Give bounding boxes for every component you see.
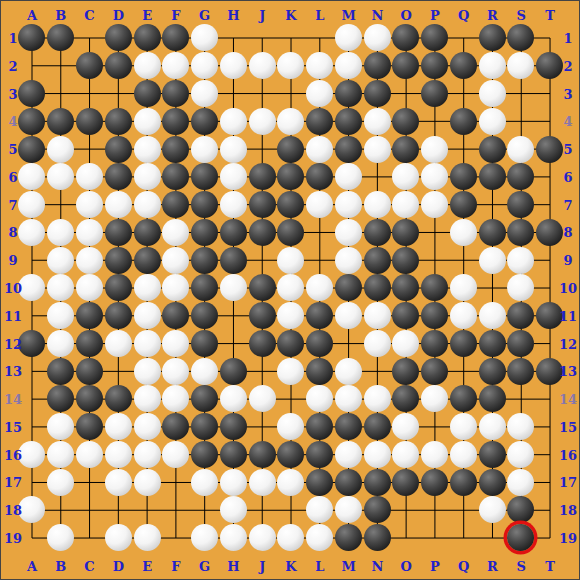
point-E10[interactable] bbox=[133, 274, 162, 302]
point-S12[interactable] bbox=[507, 330, 536, 358]
point-B8[interactable] bbox=[46, 218, 75, 246]
point-G9[interactable] bbox=[190, 246, 219, 274]
point-O19[interactable] bbox=[392, 524, 421, 552]
point-R8[interactable] bbox=[478, 218, 507, 246]
point-P17[interactable] bbox=[420, 468, 449, 496]
point-L16[interactable] bbox=[305, 441, 334, 469]
point-E11[interactable] bbox=[133, 302, 162, 330]
point-S7[interactable] bbox=[507, 191, 536, 219]
point-C12[interactable] bbox=[75, 330, 104, 358]
point-R5[interactable] bbox=[478, 135, 507, 163]
point-S13[interactable] bbox=[507, 357, 536, 385]
point-T4[interactable] bbox=[535, 107, 564, 135]
point-P16[interactable] bbox=[420, 441, 449, 469]
point-C15[interactable] bbox=[75, 413, 104, 441]
point-F17[interactable] bbox=[161, 468, 190, 496]
point-N7[interactable] bbox=[363, 191, 392, 219]
point-P5[interactable] bbox=[420, 135, 449, 163]
point-F5[interactable] bbox=[161, 135, 190, 163]
point-E7[interactable] bbox=[133, 191, 162, 219]
point-J14[interactable] bbox=[248, 385, 277, 413]
point-H13[interactable] bbox=[219, 357, 248, 385]
point-S11[interactable] bbox=[507, 302, 536, 330]
point-D1[interactable] bbox=[104, 24, 133, 52]
point-N19[interactable] bbox=[363, 524, 392, 552]
point-J5[interactable] bbox=[248, 135, 277, 163]
point-Q7[interactable] bbox=[449, 191, 478, 219]
point-J13[interactable] bbox=[248, 357, 277, 385]
point-M19[interactable] bbox=[334, 524, 363, 552]
point-F15[interactable] bbox=[161, 413, 190, 441]
point-N2[interactable] bbox=[363, 52, 392, 80]
point-Q11[interactable] bbox=[449, 302, 478, 330]
point-N17[interactable] bbox=[363, 468, 392, 496]
point-R9[interactable] bbox=[478, 246, 507, 274]
point-J4[interactable] bbox=[248, 107, 277, 135]
point-N1[interactable] bbox=[363, 24, 392, 52]
point-J7[interactable] bbox=[248, 191, 277, 219]
point-E12[interactable] bbox=[133, 330, 162, 358]
point-P1[interactable] bbox=[420, 24, 449, 52]
point-L5[interactable] bbox=[305, 135, 334, 163]
point-K7[interactable] bbox=[276, 191, 305, 219]
point-S6[interactable] bbox=[507, 163, 536, 191]
point-N11[interactable] bbox=[363, 302, 392, 330]
point-O16[interactable] bbox=[392, 441, 421, 469]
point-P11[interactable] bbox=[420, 302, 449, 330]
point-K9[interactable] bbox=[276, 246, 305, 274]
point-A8[interactable] bbox=[18, 218, 47, 246]
point-Q10[interactable] bbox=[449, 274, 478, 302]
point-J19[interactable] bbox=[248, 524, 277, 552]
point-J10[interactable] bbox=[248, 274, 277, 302]
point-N10[interactable] bbox=[363, 274, 392, 302]
point-F1[interactable] bbox=[161, 24, 190, 52]
point-O11[interactable] bbox=[392, 302, 421, 330]
point-P3[interactable] bbox=[420, 80, 449, 108]
point-O2[interactable] bbox=[392, 52, 421, 80]
point-O14[interactable] bbox=[392, 385, 421, 413]
point-T9[interactable] bbox=[535, 246, 564, 274]
point-K14[interactable] bbox=[276, 385, 305, 413]
point-M4[interactable] bbox=[334, 107, 363, 135]
point-B9[interactable] bbox=[46, 246, 75, 274]
point-P12[interactable] bbox=[420, 330, 449, 358]
point-C2[interactable] bbox=[75, 52, 104, 80]
point-H5[interactable] bbox=[219, 135, 248, 163]
point-A3[interactable] bbox=[18, 80, 47, 108]
point-J16[interactable] bbox=[248, 441, 277, 469]
point-F10[interactable] bbox=[161, 274, 190, 302]
point-H6[interactable] bbox=[219, 163, 248, 191]
point-K19[interactable] bbox=[276, 524, 305, 552]
point-B3[interactable] bbox=[46, 80, 75, 108]
point-D12[interactable] bbox=[104, 330, 133, 358]
point-S3[interactable] bbox=[507, 80, 536, 108]
point-K4[interactable] bbox=[276, 107, 305, 135]
point-G3[interactable] bbox=[190, 80, 219, 108]
point-M15[interactable] bbox=[334, 413, 363, 441]
point-K11[interactable] bbox=[276, 302, 305, 330]
point-S10[interactable] bbox=[507, 274, 536, 302]
point-L15[interactable] bbox=[305, 413, 334, 441]
point-M8[interactable] bbox=[334, 218, 363, 246]
point-G16[interactable] bbox=[190, 441, 219, 469]
point-P6[interactable] bbox=[420, 163, 449, 191]
point-F6[interactable] bbox=[161, 163, 190, 191]
point-Q15[interactable] bbox=[449, 413, 478, 441]
point-R17[interactable] bbox=[478, 468, 507, 496]
point-B7[interactable] bbox=[46, 191, 75, 219]
point-E18[interactable] bbox=[133, 496, 162, 524]
point-M16[interactable] bbox=[334, 441, 363, 469]
point-F7[interactable] bbox=[161, 191, 190, 219]
point-M2[interactable] bbox=[334, 52, 363, 80]
point-B2[interactable] bbox=[46, 52, 75, 80]
point-S2[interactable] bbox=[507, 52, 536, 80]
point-G12[interactable] bbox=[190, 330, 219, 358]
point-J2[interactable] bbox=[248, 52, 277, 80]
point-N6[interactable] bbox=[363, 163, 392, 191]
point-S19[interactable] bbox=[507, 524, 536, 552]
point-S16[interactable] bbox=[507, 441, 536, 469]
point-O1[interactable] bbox=[392, 24, 421, 52]
point-P19[interactable] bbox=[420, 524, 449, 552]
point-S5[interactable] bbox=[507, 135, 536, 163]
point-O5[interactable] bbox=[392, 135, 421, 163]
point-T3[interactable] bbox=[535, 80, 564, 108]
point-K3[interactable] bbox=[276, 80, 305, 108]
point-C1[interactable] bbox=[75, 24, 104, 52]
point-R18[interactable] bbox=[478, 496, 507, 524]
point-F13[interactable] bbox=[161, 357, 190, 385]
point-E14[interactable] bbox=[133, 385, 162, 413]
point-O8[interactable] bbox=[392, 218, 421, 246]
point-S14[interactable] bbox=[507, 385, 536, 413]
point-R12[interactable] bbox=[478, 330, 507, 358]
point-H8[interactable] bbox=[219, 218, 248, 246]
point-E5[interactable] bbox=[133, 135, 162, 163]
point-D8[interactable] bbox=[104, 218, 133, 246]
point-R19[interactable] bbox=[478, 524, 507, 552]
point-H11[interactable] bbox=[219, 302, 248, 330]
point-R13[interactable] bbox=[478, 357, 507, 385]
point-O13[interactable] bbox=[392, 357, 421, 385]
point-T7[interactable] bbox=[535, 191, 564, 219]
point-M3[interactable] bbox=[334, 80, 363, 108]
point-E8[interactable] bbox=[133, 218, 162, 246]
point-P9[interactable] bbox=[420, 246, 449, 274]
point-O4[interactable] bbox=[392, 107, 421, 135]
point-L14[interactable] bbox=[305, 385, 334, 413]
point-L9[interactable] bbox=[305, 246, 334, 274]
point-K5[interactable] bbox=[276, 135, 305, 163]
point-P2[interactable] bbox=[420, 52, 449, 80]
point-Q8[interactable] bbox=[449, 218, 478, 246]
point-Q1[interactable] bbox=[449, 24, 478, 52]
point-R1[interactable] bbox=[478, 24, 507, 52]
point-C14[interactable] bbox=[75, 385, 104, 413]
point-D2[interactable] bbox=[104, 52, 133, 80]
point-F19[interactable] bbox=[161, 524, 190, 552]
point-T1[interactable] bbox=[535, 24, 564, 52]
point-D19[interactable] bbox=[104, 524, 133, 552]
point-L2[interactable] bbox=[305, 52, 334, 80]
point-N3[interactable] bbox=[363, 80, 392, 108]
point-N14[interactable] bbox=[363, 385, 392, 413]
point-E1[interactable] bbox=[133, 24, 162, 52]
point-E2[interactable] bbox=[133, 52, 162, 80]
point-G11[interactable] bbox=[190, 302, 219, 330]
point-E9[interactable] bbox=[133, 246, 162, 274]
point-L13[interactable] bbox=[305, 357, 334, 385]
point-C3[interactable] bbox=[75, 80, 104, 108]
point-G7[interactable] bbox=[190, 191, 219, 219]
point-G13[interactable] bbox=[190, 357, 219, 385]
point-K2[interactable] bbox=[276, 52, 305, 80]
point-M7[interactable] bbox=[334, 191, 363, 219]
point-Q14[interactable] bbox=[449, 385, 478, 413]
point-B17[interactable] bbox=[46, 468, 75, 496]
point-R4[interactable] bbox=[478, 107, 507, 135]
point-P10[interactable] bbox=[420, 274, 449, 302]
point-O3[interactable] bbox=[392, 80, 421, 108]
point-N8[interactable] bbox=[363, 218, 392, 246]
point-J11[interactable] bbox=[248, 302, 277, 330]
point-D9[interactable] bbox=[104, 246, 133, 274]
point-G18[interactable] bbox=[190, 496, 219, 524]
point-M14[interactable] bbox=[334, 385, 363, 413]
point-L18[interactable] bbox=[305, 496, 334, 524]
point-H15[interactable] bbox=[219, 413, 248, 441]
point-S15[interactable] bbox=[507, 413, 536, 441]
point-A1[interactable] bbox=[18, 24, 47, 52]
point-L8[interactable] bbox=[305, 218, 334, 246]
point-B19[interactable] bbox=[46, 524, 75, 552]
point-L3[interactable] bbox=[305, 80, 334, 108]
point-C6[interactable] bbox=[75, 163, 104, 191]
point-K16[interactable] bbox=[276, 441, 305, 469]
point-J1[interactable] bbox=[248, 24, 277, 52]
point-B10[interactable] bbox=[46, 274, 75, 302]
point-H12[interactable] bbox=[219, 330, 248, 358]
point-H14[interactable] bbox=[219, 385, 248, 413]
point-G17[interactable] bbox=[190, 468, 219, 496]
point-O15[interactable] bbox=[392, 413, 421, 441]
point-E3[interactable] bbox=[133, 80, 162, 108]
point-E4[interactable] bbox=[133, 107, 162, 135]
point-F2[interactable] bbox=[161, 52, 190, 80]
point-S4[interactable] bbox=[507, 107, 536, 135]
point-J12[interactable] bbox=[248, 330, 277, 358]
point-K17[interactable] bbox=[276, 468, 305, 496]
point-D6[interactable] bbox=[104, 163, 133, 191]
point-M9[interactable] bbox=[334, 246, 363, 274]
point-B6[interactable] bbox=[46, 163, 75, 191]
point-H10[interactable] bbox=[219, 274, 248, 302]
point-K6[interactable] bbox=[276, 163, 305, 191]
point-L1[interactable] bbox=[305, 24, 334, 52]
point-C5[interactable] bbox=[75, 135, 104, 163]
point-D10[interactable] bbox=[104, 274, 133, 302]
point-O6[interactable] bbox=[392, 163, 421, 191]
point-N12[interactable] bbox=[363, 330, 392, 358]
point-O9[interactable] bbox=[392, 246, 421, 274]
point-A9[interactable] bbox=[18, 246, 47, 274]
point-M5[interactable] bbox=[334, 135, 363, 163]
point-N18[interactable] bbox=[363, 496, 392, 524]
point-Q18[interactable] bbox=[449, 496, 478, 524]
point-T5[interactable] bbox=[535, 135, 564, 163]
point-G19[interactable] bbox=[190, 524, 219, 552]
point-P4[interactable] bbox=[420, 107, 449, 135]
point-B1[interactable] bbox=[46, 24, 75, 52]
point-R2[interactable] bbox=[478, 52, 507, 80]
point-R6[interactable] bbox=[478, 163, 507, 191]
point-H3[interactable] bbox=[219, 80, 248, 108]
point-B11[interactable] bbox=[46, 302, 75, 330]
point-Q19[interactable] bbox=[449, 524, 478, 552]
point-D15[interactable] bbox=[104, 413, 133, 441]
point-F8[interactable] bbox=[161, 218, 190, 246]
point-H1[interactable] bbox=[219, 24, 248, 52]
point-R3[interactable] bbox=[478, 80, 507, 108]
point-R15[interactable] bbox=[478, 413, 507, 441]
point-J8[interactable] bbox=[248, 218, 277, 246]
point-M12[interactable] bbox=[334, 330, 363, 358]
point-N4[interactable] bbox=[363, 107, 392, 135]
point-M11[interactable] bbox=[334, 302, 363, 330]
point-G1[interactable] bbox=[190, 24, 219, 52]
point-R11[interactable] bbox=[478, 302, 507, 330]
point-S1[interactable] bbox=[507, 24, 536, 52]
point-A7[interactable] bbox=[18, 191, 47, 219]
point-J6[interactable] bbox=[248, 163, 277, 191]
point-B16[interactable] bbox=[46, 441, 75, 469]
point-B5[interactable] bbox=[46, 135, 75, 163]
point-L4[interactable] bbox=[305, 107, 334, 135]
point-H18[interactable] bbox=[219, 496, 248, 524]
point-P18[interactable] bbox=[420, 496, 449, 524]
point-B12[interactable] bbox=[46, 330, 75, 358]
point-D3[interactable] bbox=[104, 80, 133, 108]
point-O12[interactable] bbox=[392, 330, 421, 358]
point-K8[interactable] bbox=[276, 218, 305, 246]
point-C18[interactable] bbox=[75, 496, 104, 524]
point-G2[interactable] bbox=[190, 52, 219, 80]
point-O7[interactable] bbox=[392, 191, 421, 219]
point-E17[interactable] bbox=[133, 468, 162, 496]
point-H4[interactable] bbox=[219, 107, 248, 135]
point-T2[interactable] bbox=[535, 52, 564, 80]
point-K12[interactable] bbox=[276, 330, 305, 358]
point-Q12[interactable] bbox=[449, 330, 478, 358]
point-G8[interactable] bbox=[190, 218, 219, 246]
point-L19[interactable] bbox=[305, 524, 334, 552]
point-N5[interactable] bbox=[363, 135, 392, 163]
point-R14[interactable] bbox=[478, 385, 507, 413]
point-H19[interactable] bbox=[219, 524, 248, 552]
point-C7[interactable] bbox=[75, 191, 104, 219]
point-F16[interactable] bbox=[161, 441, 190, 469]
point-Q9[interactable] bbox=[449, 246, 478, 274]
point-P13[interactable] bbox=[420, 357, 449, 385]
point-G10[interactable] bbox=[190, 274, 219, 302]
point-S8[interactable] bbox=[507, 218, 536, 246]
point-D4[interactable] bbox=[104, 107, 133, 135]
point-Q16[interactable] bbox=[449, 441, 478, 469]
point-G5[interactable] bbox=[190, 135, 219, 163]
point-H7[interactable] bbox=[219, 191, 248, 219]
point-C8[interactable] bbox=[75, 218, 104, 246]
point-M1[interactable] bbox=[334, 24, 363, 52]
point-D13[interactable] bbox=[104, 357, 133, 385]
point-J3[interactable] bbox=[248, 80, 277, 108]
point-Q17[interactable] bbox=[449, 468, 478, 496]
point-T8[interactable] bbox=[535, 218, 564, 246]
point-D5[interactable] bbox=[104, 135, 133, 163]
point-L7[interactable] bbox=[305, 191, 334, 219]
point-H16[interactable] bbox=[219, 441, 248, 469]
point-C17[interactable] bbox=[75, 468, 104, 496]
point-E16[interactable] bbox=[133, 441, 162, 469]
point-J17[interactable] bbox=[248, 468, 277, 496]
point-D18[interactable] bbox=[104, 496, 133, 524]
point-O10[interactable] bbox=[392, 274, 421, 302]
point-J9[interactable] bbox=[248, 246, 277, 274]
point-L6[interactable] bbox=[305, 163, 334, 191]
point-E6[interactable] bbox=[133, 163, 162, 191]
point-C4[interactable] bbox=[75, 107, 104, 135]
point-R16[interactable] bbox=[478, 441, 507, 469]
point-P7[interactable] bbox=[420, 191, 449, 219]
point-B15[interactable] bbox=[46, 413, 75, 441]
point-M6[interactable] bbox=[334, 163, 363, 191]
point-G14[interactable] bbox=[190, 385, 219, 413]
point-H2[interactable] bbox=[219, 52, 248, 80]
point-C16[interactable] bbox=[75, 441, 104, 469]
point-D11[interactable] bbox=[104, 302, 133, 330]
point-Q13[interactable] bbox=[449, 357, 478, 385]
point-F4[interactable] bbox=[161, 107, 190, 135]
point-A4[interactable] bbox=[18, 107, 47, 135]
point-H17[interactable] bbox=[219, 468, 248, 496]
point-Q5[interactable] bbox=[449, 135, 478, 163]
point-F14[interactable] bbox=[161, 385, 190, 413]
point-O18[interactable] bbox=[392, 496, 421, 524]
point-D17[interactable] bbox=[104, 468, 133, 496]
point-A6[interactable] bbox=[18, 163, 47, 191]
point-C13[interactable] bbox=[75, 357, 104, 385]
point-F18[interactable] bbox=[161, 496, 190, 524]
point-L11[interactable] bbox=[305, 302, 334, 330]
point-F11[interactable] bbox=[161, 302, 190, 330]
point-G4[interactable] bbox=[190, 107, 219, 135]
point-F12[interactable] bbox=[161, 330, 190, 358]
point-J15[interactable] bbox=[248, 413, 277, 441]
point-Q2[interactable] bbox=[449, 52, 478, 80]
point-L17[interactable] bbox=[305, 468, 334, 496]
point-E19[interactable] bbox=[133, 524, 162, 552]
point-P15[interactable] bbox=[420, 413, 449, 441]
point-N9[interactable] bbox=[363, 246, 392, 274]
point-E15[interactable] bbox=[133, 413, 162, 441]
point-P14[interactable] bbox=[420, 385, 449, 413]
point-R7[interactable] bbox=[478, 191, 507, 219]
point-C19[interactable] bbox=[75, 524, 104, 552]
point-K1[interactable] bbox=[276, 24, 305, 52]
point-M18[interactable] bbox=[334, 496, 363, 524]
